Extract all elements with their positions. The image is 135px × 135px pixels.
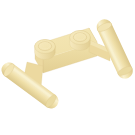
stud-right [70,30,91,50]
handle-bar-right-cylinder [105,27,126,71]
lego-part-render [0,0,135,135]
stud-left [35,40,56,60]
product-image-canvas [0,0,135,135]
lego-part-figure [0,0,135,135]
